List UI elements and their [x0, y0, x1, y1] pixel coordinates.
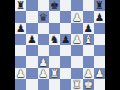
square-g6[interactable]: ♟: [83, 23, 94, 34]
piece-white-pawn[interactable]: ♟: [95, 68, 104, 78]
square-e1[interactable]: [60, 79, 71, 90]
square-g4[interactable]: [83, 45, 94, 56]
square-a2[interactable]: ♟: [15, 68, 26, 79]
square-f8[interactable]: [71, 0, 82, 11]
square-c2[interactable]: ♟: [38, 68, 49, 79]
piece-black-pawn[interactable]: ♟: [61, 34, 70, 44]
square-b5[interactable]: ♟: [26, 34, 37, 45]
square-a7[interactable]: [15, 11, 26, 22]
square-b8[interactable]: [26, 0, 37, 11]
square-d7[interactable]: [49, 11, 60, 22]
square-e6[interactable]: [60, 23, 71, 34]
square-b6[interactable]: [26, 23, 37, 34]
piece-white-pawn[interactable]: ♟: [72, 11, 81, 21]
piece-white-pawn[interactable]: ♟: [72, 34, 81, 44]
piece-white-rook[interactable]: ♜: [50, 68, 59, 78]
square-e3[interactable]: [60, 56, 71, 67]
piece-black-pawn[interactable]: ♟: [27, 34, 36, 44]
square-c5[interactable]: [38, 34, 49, 45]
square-g7[interactable]: [83, 11, 94, 22]
square-b7[interactable]: [26, 11, 37, 22]
square-b3[interactable]: [26, 56, 37, 67]
piece-white-king[interactable]: ♚: [83, 79, 92, 89]
square-e7[interactable]: [60, 11, 71, 22]
square-d5[interactable]: ♞: [49, 34, 60, 45]
square-h8[interactable]: ♜: [94, 0, 105, 11]
square-f3[interactable]: [71, 56, 82, 67]
square-f7[interactable]: ♟: [71, 11, 82, 22]
square-d1[interactable]: [49, 79, 60, 90]
square-f6[interactable]: [71, 23, 82, 34]
square-c7[interactable]: ♛: [38, 11, 49, 22]
square-f5[interactable]: ♟: [71, 34, 82, 45]
video-frame: ♜♚♜♛♟♟♟♟♟♞♟♟♝♟♟♟♜♟♟♜♚: [0, 0, 120, 90]
piece-black-rook[interactable]: ♜: [16, 0, 25, 10]
square-g1[interactable]: ♚: [83, 79, 94, 90]
square-a1[interactable]: [15, 79, 26, 90]
piece-black-knight[interactable]: ♞: [50, 34, 59, 44]
piece-black-queen[interactable]: ♛: [38, 11, 47, 21]
square-g2[interactable]: ♟: [83, 68, 94, 79]
square-e4[interactable]: [60, 45, 71, 56]
square-a8[interactable]: ♜: [15, 0, 26, 11]
piece-white-bishop[interactable]: ♝: [83, 34, 92, 44]
square-a5[interactable]: [15, 34, 26, 45]
square-h7[interactable]: ♟: [94, 11, 105, 22]
square-d8[interactable]: ♚: [49, 0, 60, 11]
square-h1[interactable]: [94, 79, 105, 90]
piece-black-rook[interactable]: ♜: [95, 0, 104, 10]
square-h3[interactable]: [94, 56, 105, 67]
square-d3[interactable]: [49, 56, 60, 67]
square-d6[interactable]: [49, 23, 60, 34]
square-c1[interactable]: [38, 79, 49, 90]
square-e2[interactable]: [60, 68, 71, 79]
square-f4[interactable]: [71, 45, 82, 56]
square-h4[interactable]: [94, 45, 105, 56]
square-e5[interactable]: ♟: [60, 34, 71, 45]
square-d4[interactable]: [49, 45, 60, 56]
square-a6[interactable]: ♟: [15, 23, 26, 34]
piece-black-pawn[interactable]: ♟: [16, 23, 25, 33]
square-f2[interactable]: [71, 68, 82, 79]
square-c6[interactable]: [38, 23, 49, 34]
piece-white-pawn[interactable]: ♟: [38, 68, 47, 78]
square-h5[interactable]: [94, 34, 105, 45]
square-b4[interactable]: [26, 45, 37, 56]
piece-white-pawn[interactable]: ♟: [16, 68, 25, 78]
piece-black-pawn[interactable]: ♟: [83, 23, 92, 33]
chess-board[interactable]: ♜♚♜♛♟♟♟♟♟♞♟♟♝♟♟♟♜♟♟♜♚: [15, 0, 105, 90]
square-c4[interactable]: [38, 45, 49, 56]
piece-black-king[interactable]: ♚: [50, 0, 59, 10]
square-e8[interactable]: [60, 0, 71, 11]
square-f1[interactable]: ♜: [71, 79, 82, 90]
piece-white-pawn[interactable]: ♟: [83, 68, 92, 78]
square-g3[interactable]: [83, 56, 94, 67]
square-d2[interactable]: ♜: [49, 68, 60, 79]
square-b2[interactable]: [26, 68, 37, 79]
square-b1[interactable]: [26, 79, 37, 90]
square-a3[interactable]: [15, 56, 26, 67]
square-a4[interactable]: [15, 45, 26, 56]
square-c8[interactable]: [38, 0, 49, 11]
piece-white-pawn[interactable]: ♟: [38, 56, 47, 66]
square-h6[interactable]: [94, 23, 105, 34]
piece-white-rook[interactable]: ♜: [72, 79, 81, 89]
square-g8[interactable]: [83, 0, 94, 11]
square-g5[interactable]: ♝: [83, 34, 94, 45]
piece-black-pawn[interactable]: ♟: [95, 11, 104, 21]
letterbox-right: [105, 0, 120, 90]
square-h2[interactable]: ♟: [94, 68, 105, 79]
letterbox-left: [0, 0, 15, 90]
square-c3[interactable]: ♟: [38, 56, 49, 67]
